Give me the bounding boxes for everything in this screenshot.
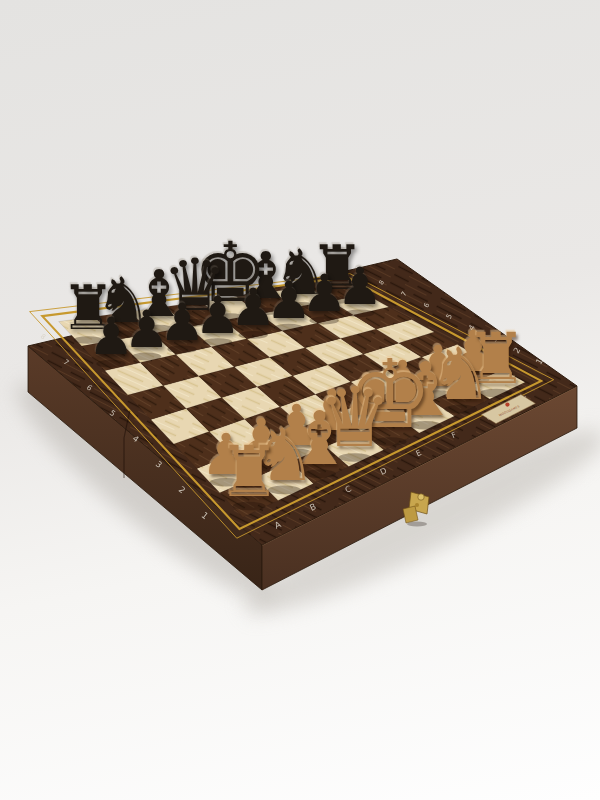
piece-black-bishop-c8: ♝: [130, 262, 188, 327]
piece-black-bishop-f8: ♝: [237, 245, 295, 310]
piece-black-knight-g8: ♞: [273, 241, 329, 304]
piece-white-queen-d1: ♛: [318, 376, 392, 458]
piece-white-pawn-g2: ♟: [413, 338, 464, 395]
piece-black-queen-d8: ♛: [162, 249, 227, 321]
piece-white-rook-h1: ♜: [465, 324, 528, 394]
piece-black-pawn-d7: ♟: [195, 289, 241, 340]
piece-black-rook-h8: ♜: [310, 237, 365, 298]
piece-white-bishop-c1: ♝: [286, 400, 353, 474]
piece-black-pawn-f7: ♟: [266, 275, 312, 326]
piece-black-rook-a8: ♜: [61, 277, 116, 338]
chess-set-product-photo: ABCDEFGH1234567812345678WOODGAMES ♜♞♝♟♚♟…: [0, 0, 600, 800]
piece-white-pawn-b2: ♟: [236, 412, 287, 469]
piece-white-pawn-f2: ♟: [377, 353, 428, 410]
piece-white-pawn-c2: ♟: [271, 397, 322, 454]
piece-black-pawn-b7: ♟: [123, 303, 169, 354]
piece-white-pawn-d2: ♟: [307, 382, 358, 439]
piece-black-pawn-e7: ♟: [230, 282, 276, 333]
piece-white-pawn-h2: ♟: [448, 324, 499, 381]
piece-white-knight-g1: ♞: [428, 338, 493, 410]
piece-black-pawn-a7: ♟: [88, 311, 134, 362]
piece-black-pawn-g7: ♟: [301, 267, 347, 318]
piece-white-knight-b1: ♞: [252, 419, 317, 491]
piece-white-king-e1: ♚: [348, 348, 433, 443]
piece-white-pawn-a2: ♟: [201, 426, 252, 483]
piece-black-knight-b8: ♞: [95, 269, 151, 332]
piece-black-pawn-c7: ♟: [159, 296, 205, 347]
piece-white-rook-a1: ♜: [218, 437, 281, 507]
piece-white-bishop-f1: ♝: [392, 352, 459, 426]
pieces-layer: ♜♞♝♟♚♟♛♟♝♞♟♜♟♟♟♟♟♜♟♟♞♟♝♟♚♟♛♟♝♟♞♜: [0, 0, 600, 800]
piece-black-pawn-h7: ♟: [337, 260, 383, 311]
piece-white-pawn-e2: ♟: [342, 368, 393, 425]
piece-black-king-e8: ♚: [193, 232, 267, 315]
